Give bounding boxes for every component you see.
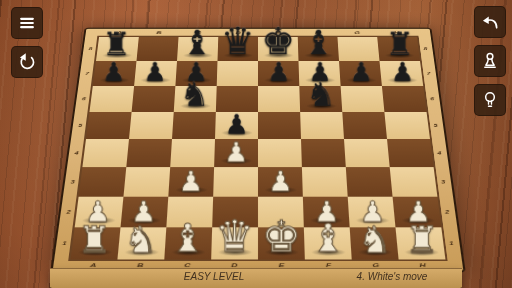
piece-black-pawn-d5[interactable]: ♟ (215, 112, 258, 139)
file-label-top-h: H (376, 29, 416, 36)
piece-glyph: ♟ (341, 59, 382, 85)
chess-board: 8877665544332211AABBCCDDEEFFGGHH ♜♝♛♚♝♜♟… (50, 28, 466, 273)
file-label-top-c: C (179, 29, 219, 36)
piece-white-pawn-e3[interactable]: ♟ (258, 167, 303, 196)
piece-white-bishop-c1[interactable]: ♝ (164, 227, 212, 259)
piece-black-pawn-b7[interactable]: ♟ (134, 61, 177, 86)
pawn-icon (480, 51, 500, 71)
rank-label-right-3: 3 (435, 167, 452, 196)
file-label-top-g: G (337, 29, 377, 36)
pieces-layer: ♜♝♛♚♝♜♟♟♟♟♟♟♟♞♞♟♟♟♟♟♟♟♟♟♜♞♝♛♚♝♞♜ (71, 37, 446, 260)
file-label-top-b: B (139, 29, 179, 36)
piece-glyph: ♞ (352, 221, 399, 258)
level-label: EASY LEVEL (184, 271, 244, 282)
file-label-top-e: E (258, 29, 298, 36)
piece-glyph: ♝ (305, 219, 352, 258)
piece-white-queen-d1[interactable]: ♛ (211, 227, 258, 259)
piece-white-pawn-c3[interactable]: ♟ (168, 167, 214, 196)
piece-glyph: ♞ (118, 221, 165, 258)
piece-black-pawn-h7[interactable]: ♟ (379, 61, 423, 86)
piece-glyph: ♞ (174, 77, 216, 110)
piece-white-pawn-d4[interactable]: ♟ (214, 139, 258, 167)
undo-button[interactable] (474, 6, 506, 38)
file-label-top-a: A (99, 29, 139, 36)
undo-icon (480, 12, 500, 32)
piece-glyph: ♛ (211, 214, 258, 258)
rank-label-right-8: 8 (418, 37, 433, 61)
piece-glyph: ♚ (258, 22, 298, 60)
piece-black-pawn-e7[interactable]: ♟ (258, 61, 299, 86)
piece-white-bishop-f1[interactable]: ♝ (304, 227, 352, 259)
piece-glyph: ♜ (398, 221, 445, 258)
piece-black-knight-c6[interactable]: ♞ (174, 86, 217, 112)
rank-label-right-7: 7 (421, 61, 437, 86)
piece-glyph: ♚ (258, 214, 305, 258)
piece-glyph: ♜ (71, 221, 118, 258)
rank-label-right-6: 6 (424, 86, 440, 112)
rank-label-right-4: 4 (431, 139, 448, 167)
menu-icon (17, 13, 37, 33)
move-indicator: 4. White's move (357, 271, 428, 282)
piece-black-knight-f6[interactable]: ♞ (299, 86, 342, 112)
hint-button[interactable] (474, 84, 506, 116)
piece-glyph: ♟ (214, 138, 258, 166)
file-label-top-d: D (218, 29, 258, 36)
menu-button[interactable] (11, 7, 43, 39)
piece-white-king-e1[interactable]: ♚ (258, 227, 305, 259)
piece-glyph: ♛ (218, 22, 258, 60)
restart-button[interactable] (11, 46, 43, 78)
player-mode-button[interactable] (474, 45, 506, 77)
piece-white-rook-h1[interactable]: ♜ (395, 227, 445, 259)
piece-glyph: ♟ (258, 59, 299, 85)
rank-label-right-5: 5 (428, 112, 444, 139)
piece-glyph: ♟ (134, 59, 175, 85)
restart-icon (17, 52, 37, 72)
piece-glyph: ♝ (164, 219, 211, 258)
file-label-top-f: F (297, 29, 337, 36)
piece-black-pawn-g7[interactable]: ♟ (339, 61, 382, 86)
lightbulb-icon (480, 90, 500, 110)
piece-glyph: ♟ (215, 111, 258, 138)
piece-glyph: ♞ (300, 77, 342, 110)
board-front-face: EASY LEVEL 4. White's move (50, 268, 462, 288)
chess-app: 8877665544332211AABBCCDDEEFFGGHH ♜♝♛♚♝♜♟… (0, 0, 512, 288)
piece-glyph: ♟ (168, 167, 213, 195)
piece-glyph: ♟ (93, 59, 134, 85)
piece-white-rook-a1[interactable]: ♜ (71, 227, 121, 259)
piece-black-queen-d8[interactable]: ♛ (218, 37, 258, 61)
piece-white-knight-b1[interactable]: ♞ (117, 227, 166, 259)
piece-black-pawn-a7[interactable]: ♟ (93, 61, 137, 86)
piece-glyph: ♟ (382, 59, 423, 85)
piece-glyph: ♟ (258, 167, 303, 195)
piece-white-knight-g1[interactable]: ♞ (350, 227, 399, 259)
